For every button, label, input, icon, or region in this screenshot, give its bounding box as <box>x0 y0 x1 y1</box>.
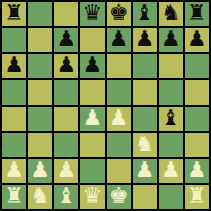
square-g2[interactable]: ♟ <box>159 159 183 183</box>
white-bishop-piece[interactable]: ♝ <box>56 185 76 207</box>
white-pawn-piece[interactable]: ♟ <box>56 159 76 181</box>
square-b5[interactable] <box>28 80 52 104</box>
white-pawn-piece[interactable]: ♟ <box>135 159 155 181</box>
square-c1[interactable]: ♝ <box>54 185 78 209</box>
square-f3[interactable]: ♞ <box>133 133 157 157</box>
black-pawn-piece[interactable]: ♟ <box>187 28 207 50</box>
square-a8[interactable]: ♜ <box>2 2 26 26</box>
black-king-piece[interactable]: ♚ <box>109 2 129 24</box>
square-d3[interactable] <box>80 133 104 157</box>
white-pawn-piece[interactable]: ♟ <box>4 159 24 181</box>
square-e2[interactable] <box>107 159 131 183</box>
square-a3[interactable] <box>2 133 26 157</box>
square-g3[interactable] <box>159 133 183 157</box>
square-h7[interactable]: ♟ <box>185 28 209 52</box>
square-e1[interactable]: ♚ <box>107 185 131 209</box>
square-e7[interactable]: ♟ <box>107 28 131 52</box>
black-rook-piece[interactable]: ♜ <box>4 2 24 24</box>
square-b6[interactable] <box>28 54 52 78</box>
square-f8[interactable]: ♝ <box>133 2 157 26</box>
square-d8[interactable]: ♛ <box>80 2 104 26</box>
square-a6[interactable]: ♟ <box>2 54 26 78</box>
black-knight-piece[interactable]: ♞ <box>161 2 181 24</box>
square-h5[interactable] <box>185 80 209 104</box>
square-g4[interactable]: ♝ <box>159 107 183 131</box>
square-c6[interactable]: ♟ <box>54 54 78 78</box>
square-f6[interactable] <box>133 54 157 78</box>
square-g6[interactable] <box>159 54 183 78</box>
square-a5[interactable] <box>2 80 26 104</box>
square-h8[interactable]: ♜ <box>185 2 209 26</box>
black-pawn-piece[interactable]: ♟ <box>109 28 129 50</box>
square-a4[interactable] <box>2 107 26 131</box>
black-pawn-piece[interactable]: ♟ <box>56 54 76 76</box>
black-bishop-piece[interactable]: ♝ <box>135 2 155 24</box>
square-e8[interactable]: ♚ <box>107 2 131 26</box>
square-h6[interactable] <box>185 54 209 78</box>
chess-board: ♜♛♚♝♞♜♟♟♟♟♟♟♟♟♟♟♝♞♟♟♟♟♟♟♜♞♝♛♚♜ <box>0 0 211 211</box>
square-b1[interactable]: ♞ <box>28 185 52 209</box>
square-g1[interactable] <box>159 185 183 209</box>
black-pawn-piece[interactable]: ♟ <box>135 28 155 50</box>
square-f4[interactable] <box>133 107 157 131</box>
square-f7[interactable]: ♟ <box>133 28 157 52</box>
square-b3[interactable] <box>28 133 52 157</box>
white-pawn-piece[interactable]: ♟ <box>30 159 50 181</box>
square-c5[interactable] <box>54 80 78 104</box>
square-e4[interactable]: ♟ <box>107 107 131 131</box>
square-a2[interactable]: ♟ <box>2 159 26 183</box>
square-a1[interactable]: ♜ <box>2 185 26 209</box>
square-a7[interactable] <box>2 28 26 52</box>
white-pawn-piece[interactable]: ♟ <box>83 107 103 129</box>
square-d4[interactable]: ♟ <box>80 107 104 131</box>
white-queen-piece[interactable]: ♛ <box>83 185 103 207</box>
square-c8[interactable] <box>54 2 78 26</box>
white-pawn-piece[interactable]: ♟ <box>161 159 181 181</box>
white-knight-piece[interactable]: ♞ <box>30 185 50 207</box>
square-h4[interactable] <box>185 107 209 131</box>
white-pawn-piece[interactable]: ♟ <box>109 107 129 129</box>
square-h2[interactable]: ♟ <box>185 159 209 183</box>
black-pawn-piece[interactable]: ♟ <box>4 54 24 76</box>
square-e6[interactable] <box>107 54 131 78</box>
square-g8[interactable]: ♞ <box>159 2 183 26</box>
square-c4[interactable] <box>54 107 78 131</box>
white-pawn-piece[interactable]: ♟ <box>187 159 207 181</box>
square-e3[interactable] <box>107 133 131 157</box>
square-b8[interactable] <box>28 2 52 26</box>
black-pawn-piece[interactable]: ♟ <box>56 28 76 50</box>
square-g5[interactable] <box>159 80 183 104</box>
square-g7[interactable]: ♟ <box>159 28 183 52</box>
square-d7[interactable] <box>80 28 104 52</box>
black-pawn-piece[interactable]: ♟ <box>83 54 103 76</box>
square-b2[interactable]: ♟ <box>28 159 52 183</box>
square-d6[interactable]: ♟ <box>80 54 104 78</box>
black-rook-piece[interactable]: ♜ <box>187 2 207 24</box>
white-king-piece[interactable]: ♚ <box>109 185 129 207</box>
white-knight-piece[interactable]: ♞ <box>135 133 155 155</box>
square-c3[interactable] <box>54 133 78 157</box>
square-f5[interactable] <box>133 80 157 104</box>
square-c7[interactable]: ♟ <box>54 28 78 52</box>
square-h3[interactable] <box>185 133 209 157</box>
square-b7[interactable] <box>28 28 52 52</box>
square-h1[interactable]: ♜ <box>185 185 209 209</box>
square-e5[interactable] <box>107 80 131 104</box>
square-f2[interactable]: ♟ <box>133 159 157 183</box>
square-d5[interactable] <box>80 80 104 104</box>
black-pawn-piece[interactable]: ♟ <box>161 28 181 50</box>
square-d2[interactable] <box>80 159 104 183</box>
black-queen-piece[interactable]: ♛ <box>83 2 103 24</box>
black-bishop-piece[interactable]: ♝ <box>161 107 181 129</box>
white-rook-piece[interactable]: ♜ <box>4 185 24 207</box>
square-c2[interactable]: ♟ <box>54 159 78 183</box>
white-rook-piece[interactable]: ♜ <box>187 185 207 207</box>
square-b4[interactable] <box>28 107 52 131</box>
square-f1[interactable] <box>133 185 157 209</box>
square-d1[interactable]: ♛ <box>80 185 104 209</box>
